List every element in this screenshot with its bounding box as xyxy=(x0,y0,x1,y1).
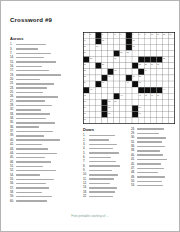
grid-cell xyxy=(144,51,150,57)
down-clue-column-2: 24.29.30.31.36.38.40.41.45.47.48.49.50.5… xyxy=(131,127,175,188)
grid-cell xyxy=(102,87,108,93)
grid-cell xyxy=(114,112,120,118)
grid-cell xyxy=(138,51,144,57)
grid-cell xyxy=(169,87,175,93)
down-clue-list-2: 24.29.30.31.36.38.40.41.45.47.48.49.50.5… xyxy=(131,127,175,188)
grid-cell xyxy=(132,118,138,124)
grid-cell xyxy=(144,44,150,50)
grid-cell xyxy=(156,38,162,44)
grid-cell xyxy=(163,44,169,50)
clue-text-illegible xyxy=(16,53,51,55)
clue-text-illegible xyxy=(16,100,45,102)
grid-cell-black xyxy=(144,87,150,93)
clue-text-illegible xyxy=(137,133,159,135)
grid-cell-black xyxy=(150,87,156,93)
grid-cell xyxy=(89,63,95,69)
clue-text-illegible xyxy=(137,159,167,161)
across-clue-column: Across 1.3.7.14.15.16.17.19.20.21.23.25.… xyxy=(10,36,78,203)
grid-cell xyxy=(144,112,150,118)
clue-text-illegible xyxy=(16,118,46,120)
across-clue-list: 1.3.7.14.15.16.17.19.20.21.23.25.26.27.2… xyxy=(10,43,78,204)
clue-line: 53. xyxy=(131,183,175,187)
grid-cell-black xyxy=(150,57,156,63)
grid-cell xyxy=(138,99,144,105)
grid-cell xyxy=(120,38,126,44)
grid-cell-black xyxy=(132,112,138,118)
grid-cell xyxy=(126,57,132,63)
grid-cell xyxy=(150,112,156,118)
grid-cell xyxy=(95,87,101,93)
grid-cell xyxy=(144,38,150,44)
grid-cell-black xyxy=(138,87,144,93)
grid-cell xyxy=(169,118,175,124)
grid-cell xyxy=(102,51,108,57)
grid-cell xyxy=(163,75,169,81)
grid-cell xyxy=(95,69,101,75)
grid-cell-black xyxy=(102,105,108,111)
clue-text-illegible xyxy=(137,137,166,139)
grid-cell xyxy=(150,99,156,105)
grid-cell xyxy=(144,118,150,124)
grid-cell-black xyxy=(126,75,132,81)
grid-cell xyxy=(126,87,132,93)
grid-cell xyxy=(163,51,169,57)
grid-cell xyxy=(102,44,108,50)
grid-cell xyxy=(150,81,156,87)
clue-text-illegible xyxy=(16,196,52,198)
footer-credit: Free printable courtesy of ... xyxy=(1,214,179,218)
grid-cell xyxy=(89,105,95,111)
grid-cell xyxy=(120,118,126,124)
grid-cell xyxy=(126,105,132,111)
grid-cell xyxy=(150,75,156,81)
down-clue-column-1: Down 1.2.3.4.5.6.7.8.9.10.11.12.13.18.22… xyxy=(83,127,127,199)
clue-text-illegible xyxy=(16,44,46,46)
clue-text-illegible xyxy=(16,157,45,159)
grid-cell xyxy=(156,99,162,105)
grid-cell xyxy=(120,75,126,81)
grid-cell xyxy=(95,75,101,81)
clue-text-illegible xyxy=(137,146,165,148)
grid-cell xyxy=(138,118,144,124)
clue-text-illegible xyxy=(137,163,161,165)
grid-cell xyxy=(156,118,162,124)
clue-text-illegible xyxy=(16,92,43,94)
clue-text-illegible xyxy=(137,181,162,183)
clue-text-illegible xyxy=(16,83,54,85)
grid-cell xyxy=(163,63,169,69)
clue-text-illegible xyxy=(89,196,113,198)
clue-text-illegible xyxy=(137,128,164,130)
grid-cell xyxy=(169,81,175,87)
clue-text-illegible xyxy=(16,183,46,185)
grid-cell-black xyxy=(102,112,108,118)
grid-cell xyxy=(114,81,120,87)
clue-text-illegible xyxy=(16,74,61,76)
grid-cell xyxy=(120,69,126,75)
grid-cell xyxy=(144,81,150,87)
grid-cell-black xyxy=(126,44,132,50)
grid-cell xyxy=(108,93,114,99)
grid-cell-black xyxy=(102,99,108,105)
grid-cell xyxy=(163,99,169,105)
grid-cell xyxy=(114,118,120,124)
grid-cell xyxy=(169,51,175,57)
grid-cell xyxy=(108,57,114,63)
clue-text-illegible xyxy=(137,168,164,170)
down-header: Down xyxy=(83,127,127,132)
grid-cell xyxy=(163,81,169,87)
grid-cell xyxy=(163,112,169,118)
grid-cell xyxy=(114,44,120,50)
grid-cell xyxy=(95,112,101,118)
clue-text-illegible xyxy=(137,150,160,152)
grid-cell xyxy=(126,93,132,99)
clue-text-illegible xyxy=(16,170,56,172)
grid-cell xyxy=(156,105,162,111)
grid-cell-black xyxy=(126,32,132,38)
grid-cell-black xyxy=(132,81,138,87)
grid-cell xyxy=(102,93,108,99)
clue-text-illegible xyxy=(89,161,116,163)
grid-cell xyxy=(120,81,126,87)
grid-cell xyxy=(156,75,162,81)
grid-cell-black xyxy=(102,75,108,81)
grid-cell-black xyxy=(132,63,138,69)
grid-cell xyxy=(169,44,175,50)
grid-cell-black xyxy=(95,81,101,87)
across-header: Across xyxy=(10,36,78,41)
grid-cell xyxy=(169,93,175,99)
clue-text-illegible xyxy=(16,148,48,150)
grid-cell xyxy=(120,112,126,118)
clue-text-illegible xyxy=(137,141,162,143)
grid-cell xyxy=(108,51,114,57)
grid-cell-black xyxy=(95,32,101,38)
grid-cell-black xyxy=(95,63,101,69)
grid-cell xyxy=(150,69,156,75)
grid-cell xyxy=(126,118,132,124)
clue-text-illegible xyxy=(137,176,165,178)
grid-cell xyxy=(120,57,126,63)
grid-cell xyxy=(89,38,95,44)
grid-cell xyxy=(169,105,175,111)
grid-cell xyxy=(89,69,95,75)
grid-cell xyxy=(150,44,156,50)
grid-cell xyxy=(120,63,126,69)
grid-cell xyxy=(114,87,120,93)
grid-cell xyxy=(95,105,101,111)
grid-cell-black xyxy=(144,57,150,63)
grid-cell xyxy=(95,118,101,124)
grid-cell xyxy=(102,57,108,63)
printable-crossword-page: Crossword #9 Across 1.3.7.14.15.16.17.19… xyxy=(0,0,180,232)
grid-cell xyxy=(120,105,126,111)
grid-cell xyxy=(163,118,169,124)
grid-cell-black xyxy=(108,69,114,75)
grid-cell xyxy=(89,51,95,57)
clue-text-illegible xyxy=(16,61,56,63)
clue-text-illegible xyxy=(89,139,109,141)
grid-cell xyxy=(108,118,114,124)
clue-text-illegible xyxy=(89,191,115,193)
grid-cell xyxy=(163,93,169,99)
grid-cell xyxy=(114,105,120,111)
grid-cell xyxy=(169,57,175,63)
grid-cell xyxy=(120,44,126,50)
grid-cell xyxy=(108,44,114,50)
grid-cell xyxy=(132,93,138,99)
clue-text-illegible xyxy=(89,148,113,150)
clue-text-illegible xyxy=(137,154,163,156)
clue-line: 22. xyxy=(83,194,127,198)
clue-text-illegible xyxy=(16,174,40,176)
grid-cell xyxy=(169,99,175,105)
grid-cell xyxy=(156,69,162,75)
clue-text-illegible xyxy=(89,178,114,180)
clue-text-illegible xyxy=(16,96,58,98)
clue-text-illegible xyxy=(89,135,115,137)
grid-cell xyxy=(132,57,138,63)
grid-cell xyxy=(126,63,132,69)
grid-cell xyxy=(95,93,101,99)
clue-text-illegible xyxy=(137,172,158,174)
clue-text-illegible xyxy=(16,66,42,68)
grid-cell xyxy=(108,63,114,69)
grid-cell xyxy=(144,105,150,111)
grid-cell xyxy=(89,75,95,81)
grid-cell xyxy=(95,57,101,63)
down-clue-list-1: 1.2.3.4.5.6.7.8.9.10.11.12.13.18.22. xyxy=(83,134,127,199)
grid-cell xyxy=(150,51,156,57)
crossword-grid: 1234567891011121314151617181920212223242… xyxy=(83,32,175,124)
clue-text-illegible xyxy=(16,57,44,59)
grid-cell xyxy=(132,69,138,75)
grid-cell xyxy=(89,93,95,99)
grid-cell xyxy=(89,118,95,124)
grid-cell xyxy=(89,112,95,118)
grid-cell-black xyxy=(83,87,89,93)
grid-cell xyxy=(156,51,162,57)
grid-cell xyxy=(169,69,175,75)
grid-cell xyxy=(169,63,175,69)
grid-cell-black xyxy=(126,38,132,44)
grid-cell xyxy=(138,44,144,50)
grid-cell-black xyxy=(114,93,120,99)
grid-cell xyxy=(163,69,169,75)
grid-cell xyxy=(169,38,175,44)
grid-cell xyxy=(108,38,114,44)
grid-cell xyxy=(150,105,156,111)
crossword-grid-svg: 1234567891011121314151617181920212223242… xyxy=(83,32,175,124)
grid-cell xyxy=(156,44,162,50)
clue-text-illegible xyxy=(16,131,53,133)
grid-cell xyxy=(126,99,132,105)
clue-text-illegible xyxy=(16,87,47,89)
grid-cell xyxy=(89,81,95,87)
grid-cell-black xyxy=(95,38,101,44)
grid-cell-black xyxy=(132,105,138,111)
grid-cell xyxy=(163,105,169,111)
clue-text-illegible xyxy=(137,185,163,187)
grid-cell xyxy=(108,87,114,93)
grid-cell-black xyxy=(156,57,162,63)
clue-text-illegible xyxy=(89,152,119,154)
clue-text-illegible xyxy=(16,126,39,128)
grid-cell-black xyxy=(83,57,89,63)
clue-text-illegible xyxy=(89,170,112,172)
grid-cell xyxy=(114,63,120,69)
grid-cell xyxy=(156,81,162,87)
grid-cell xyxy=(169,75,175,81)
grid-cell xyxy=(132,51,138,57)
grid-cell xyxy=(102,69,108,75)
grid-cell xyxy=(144,75,150,81)
grid-cell xyxy=(132,87,138,93)
clue-text-illegible xyxy=(16,139,60,141)
clue-text-illegible xyxy=(16,166,43,168)
clue-text-illegible xyxy=(16,179,54,181)
grid-cell xyxy=(144,99,150,105)
grid-cell-black xyxy=(138,69,144,75)
page-title: Crossword #9 xyxy=(10,17,52,23)
grid-cell xyxy=(120,99,126,105)
clue-text-illegible xyxy=(89,144,117,146)
grid-cell xyxy=(156,112,162,118)
grid-cell xyxy=(150,118,156,124)
grid-cell xyxy=(108,81,114,87)
clue-text-illegible xyxy=(16,192,42,194)
clue-text-illegible xyxy=(89,183,110,185)
clue-text-illegible xyxy=(89,187,117,189)
clue-text-illegible xyxy=(89,174,118,176)
clue-line: 60. xyxy=(10,199,78,203)
grid-cell xyxy=(138,38,144,44)
grid-cell xyxy=(120,87,126,93)
grid-cell-black xyxy=(138,57,144,63)
grid-cell xyxy=(89,99,95,105)
clue-text-illegible xyxy=(16,48,38,50)
clue-text-illegible xyxy=(16,144,42,146)
clue-text-illegible xyxy=(16,122,55,124)
grid-cell xyxy=(114,38,120,44)
grid-cell xyxy=(89,44,95,50)
grid-cell-black xyxy=(114,51,120,57)
clue-text-illegible xyxy=(16,113,50,115)
clue-text-illegible xyxy=(16,187,49,189)
clue-text-illegible xyxy=(16,105,52,107)
grid-cell xyxy=(126,69,132,75)
grid-cell xyxy=(169,112,175,118)
clue-text-illegible xyxy=(16,161,51,163)
grid-cell xyxy=(126,112,132,118)
clue-text-illegible xyxy=(16,153,57,155)
grid-cell xyxy=(102,118,108,124)
grid-cell xyxy=(132,99,138,105)
grid-cell xyxy=(150,38,156,44)
grid-cell xyxy=(114,75,120,81)
grid-cell xyxy=(95,51,101,57)
grid-cell xyxy=(95,99,101,105)
grid-cell xyxy=(163,38,169,44)
clue-text-illegible xyxy=(16,79,40,81)
clue-text-illegible xyxy=(16,200,47,202)
clue-text-illegible xyxy=(89,165,120,167)
clue-text-illegible xyxy=(16,135,44,137)
clue-text-illegible xyxy=(16,109,41,111)
grid-cell-black xyxy=(156,87,162,93)
clue-text-illegible xyxy=(89,157,111,159)
clue-text-illegible xyxy=(16,70,49,72)
